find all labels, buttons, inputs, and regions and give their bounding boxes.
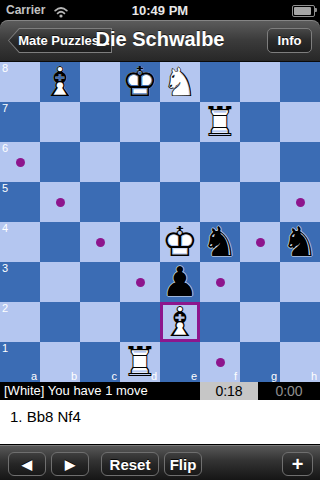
square-h4[interactable]: ♞ (280, 222, 320, 262)
square-d3[interactable] (120, 262, 160, 302)
square-h6[interactable] (280, 142, 320, 182)
square-g4[interactable] (240, 222, 280, 262)
move-list-panel: 1. Bb8 Nf4 (0, 400, 320, 444)
legal-move-dot[interactable] (56, 198, 65, 207)
reset-button[interactable]: Reset (101, 452, 159, 476)
square-g3[interactable] (240, 262, 280, 302)
rank-label-8: 8 (2, 62, 8, 74)
square-c5[interactable] (80, 182, 120, 222)
legal-move-dot[interactable] (296, 198, 305, 207)
white-rook-f7[interactable]: ♜♖ (200, 102, 240, 142)
square-b2[interactable] (40, 302, 80, 342)
file-label-g: g (271, 370, 277, 382)
square-g7[interactable] (240, 102, 280, 142)
square-a8[interactable]: 8 (0, 62, 40, 102)
previous-move-button[interactable]: ◀ (8, 452, 46, 476)
file-label-h: h (311, 370, 317, 382)
square-b1[interactable]: b (40, 342, 80, 382)
square-b5[interactable] (40, 182, 80, 222)
navigation-bar: Mate Puzzles... Die Schwalbe Info (0, 20, 320, 62)
rank-label-3: 3 (2, 262, 8, 274)
legal-move-dot[interactable] (216, 358, 225, 367)
app-screen: Carrier 10:49 PM Mate Puzzles... Die Sch… (0, 0, 320, 480)
white-bishop-e2[interactable]: ♝♗ (160, 302, 200, 342)
white-rook-d1[interactable]: ♜♖ (120, 342, 160, 382)
square-d6[interactable] (120, 142, 160, 182)
square-e5[interactable] (160, 182, 200, 222)
square-e2[interactable]: ♝♗ (160, 302, 200, 342)
status-bar: Carrier 10:49 PM (0, 0, 320, 20)
square-a1[interactable]: 1a (0, 342, 40, 382)
flip-button[interactable]: Flip (164, 452, 202, 476)
square-e3[interactable]: ♟ (160, 262, 200, 302)
rank-label-4: 4 (2, 222, 8, 234)
square-a2[interactable]: 2 (0, 302, 40, 342)
square-f3[interactable] (200, 262, 240, 302)
square-f4[interactable]: ♞ (200, 222, 240, 262)
square-a6[interactable]: 6 (0, 142, 40, 182)
square-a3[interactable]: 3 (0, 262, 40, 302)
square-c3[interactable] (80, 262, 120, 302)
file-label-c: c (112, 370, 118, 382)
square-f1[interactable]: f (200, 342, 240, 382)
add-button[interactable]: + (282, 452, 313, 476)
white-king-e4[interactable]: ♚♔ (160, 222, 200, 262)
clock-label: 10:49 PM (0, 3, 320, 18)
square-b7[interactable] (40, 102, 80, 142)
square-h2[interactable] (280, 302, 320, 342)
legal-move-dot[interactable] (256, 238, 265, 247)
black-knight-h4[interactable]: ♞ (280, 222, 320, 262)
black-knight-f4[interactable]: ♞ (200, 222, 240, 262)
legal-move-dot[interactable] (136, 278, 145, 287)
square-f8[interactable] (200, 62, 240, 102)
square-b3[interactable] (40, 262, 80, 302)
square-h3[interactable] (280, 262, 320, 302)
move-list-text: 1. Bb8 Nf4 (10, 408, 81, 425)
legal-move-dot[interactable] (216, 278, 225, 287)
battery-icon (292, 5, 315, 17)
chess-board: 8♝♗♚♔♞♘7♜♖654♚♔♞♞3♟2♝♗1abcd♜♖efgh (0, 62, 320, 382)
square-d2[interactable] (120, 302, 160, 342)
bottom-toolbar: ◀ ▶ Reset Flip + (0, 444, 320, 480)
white-king-d8[interactable]: ♚♔ (120, 62, 160, 102)
square-c1[interactable]: c (80, 342, 120, 382)
square-e6[interactable] (160, 142, 200, 182)
square-e8[interactable]: ♞♘ (160, 62, 200, 102)
square-c4[interactable] (80, 222, 120, 262)
black-pawn-e3[interactable]: ♟ (160, 262, 200, 302)
square-h8[interactable] (280, 62, 320, 102)
square-g2[interactable] (240, 302, 280, 342)
game-status-line: [White] You have 1 move 0:18 0:00 (0, 382, 320, 400)
turn-message: [White] You have 1 move (0, 382, 200, 400)
rank-label-2: 2 (2, 302, 8, 314)
square-d5[interactable] (120, 182, 160, 222)
square-b4[interactable] (40, 222, 80, 262)
file-label-a: a (31, 370, 37, 382)
square-b6[interactable] (40, 142, 80, 182)
rank-label-6: 6 (2, 142, 8, 154)
info-button[interactable]: Info (267, 28, 312, 53)
square-g5[interactable] (240, 182, 280, 222)
file-label-f: f (234, 370, 237, 382)
square-e4[interactable]: ♚♔ (160, 222, 200, 262)
white-bishop-b8[interactable]: ♝♗ (40, 62, 80, 102)
file-label-e: e (191, 370, 197, 382)
square-d7[interactable] (120, 102, 160, 142)
square-f2[interactable] (200, 302, 240, 342)
square-a5[interactable]: 5 (0, 182, 40, 222)
square-d4[interactable] (120, 222, 160, 262)
legal-move-dot[interactable] (96, 238, 105, 247)
rank-label-7: 7 (2, 102, 8, 114)
next-move-button[interactable]: ▶ (51, 452, 89, 476)
square-c7[interactable] (80, 102, 120, 142)
square-b8[interactable]: ♝♗ (40, 62, 80, 102)
square-g8[interactable] (240, 62, 280, 102)
square-g6[interactable] (240, 142, 280, 182)
square-g1[interactable]: g (240, 342, 280, 382)
square-f6[interactable] (200, 142, 240, 182)
square-h1[interactable]: h (280, 342, 320, 382)
rank-label-5: 5 (2, 182, 8, 194)
square-d8[interactable]: ♚♔ (120, 62, 160, 102)
square-h7[interactable] (280, 102, 320, 142)
square-c2[interactable] (80, 302, 120, 342)
square-c8[interactable] (80, 62, 120, 102)
rank-label-1: 1 (2, 342, 8, 354)
legal-move-dot[interactable] (16, 158, 25, 167)
square-a7[interactable]: 7 (0, 102, 40, 142)
square-f7[interactable]: ♜♖ (200, 102, 240, 142)
square-h5[interactable] (280, 182, 320, 222)
square-c6[interactable] (80, 142, 120, 182)
square-e1[interactable]: e (160, 342, 200, 382)
square-a4[interactable]: 4 (0, 222, 40, 262)
inactive-clock: 0:00 (258, 382, 320, 400)
white-knight-e8[interactable]: ♞♘ (160, 62, 200, 102)
square-d1[interactable]: d♜♖ (120, 342, 160, 382)
active-clock: 0:18 (200, 382, 258, 400)
square-f5[interactable] (200, 182, 240, 222)
file-label-b: b (71, 370, 77, 382)
square-e7[interactable] (160, 102, 200, 142)
